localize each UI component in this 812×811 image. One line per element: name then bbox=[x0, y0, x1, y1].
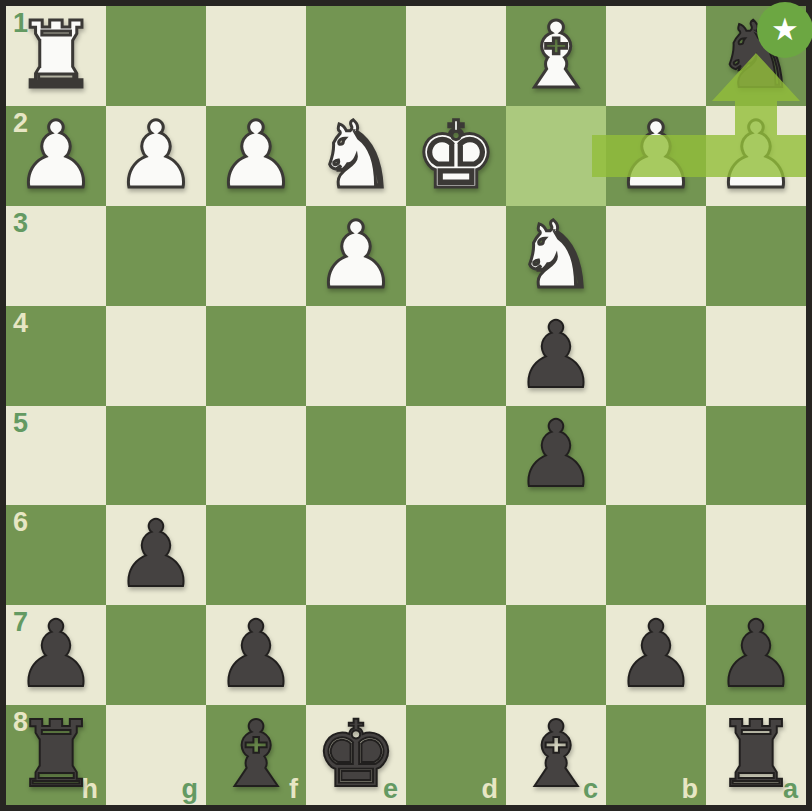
square-a7[interactable]: ♟ bbox=[706, 605, 806, 705]
square-c5[interactable]: ♟ bbox=[506, 406, 606, 506]
square-a3[interactable] bbox=[706, 206, 806, 306]
square-e4[interactable] bbox=[306, 306, 406, 406]
square-h1[interactable]: 1♜ bbox=[6, 6, 106, 106]
square-f6[interactable] bbox=[206, 505, 306, 605]
square-a5[interactable] bbox=[706, 406, 806, 506]
square-b7[interactable]: ♟ bbox=[606, 605, 706, 705]
white-bishop[interactable]: ♝ bbox=[506, 6, 606, 106]
black-pawn[interactable]: ♟ bbox=[6, 605, 106, 705]
black-pawn[interactable]: ♟ bbox=[106, 505, 206, 605]
square-g4[interactable] bbox=[106, 306, 206, 406]
square-e2[interactable]: ♞ bbox=[306, 106, 406, 206]
chess-app-window: 1♜♝♞★2♟♟♟♞♚♟♟3♟♞4♟5♟6♟7♟♟♟♟8h♜gf♝e♚dc♝ba… bbox=[0, 0, 812, 811]
square-c3[interactable]: ♞ bbox=[506, 206, 606, 306]
square-d4[interactable] bbox=[406, 306, 506, 406]
square-a2[interactable]: ♟ bbox=[706, 106, 806, 206]
square-g2[interactable]: ♟ bbox=[106, 106, 206, 206]
square-c1[interactable]: ♝ bbox=[506, 6, 606, 106]
square-d2[interactable]: ♚ bbox=[406, 106, 506, 206]
square-g1[interactable] bbox=[106, 6, 206, 106]
rank-label-3: 3 bbox=[13, 210, 28, 237]
square-f2[interactable]: ♟ bbox=[206, 106, 306, 206]
square-c8[interactable]: c♝ bbox=[506, 705, 606, 805]
rank-label-4: 4 bbox=[13, 310, 28, 337]
square-h2[interactable]: 2♟ bbox=[6, 106, 106, 206]
square-e1[interactable] bbox=[306, 6, 406, 106]
black-bishop[interactable]: ♝ bbox=[506, 705, 606, 805]
square-d8[interactable]: d bbox=[406, 705, 506, 805]
chess-board: 1♜♝♞★2♟♟♟♞♚♟♟3♟♞4♟5♟6♟7♟♟♟♟8h♜gf♝e♚dc♝ba… bbox=[6, 6, 806, 805]
file-label-b: b bbox=[682, 776, 699, 803]
square-f4[interactable] bbox=[206, 306, 306, 406]
file-label-g: g bbox=[182, 776, 199, 803]
square-g5[interactable] bbox=[106, 406, 206, 506]
white-knight[interactable]: ♞ bbox=[506, 206, 606, 306]
square-c4[interactable]: ♟ bbox=[506, 306, 606, 406]
square-a1[interactable]: ♞★ bbox=[706, 6, 806, 106]
square-e5[interactable] bbox=[306, 406, 406, 506]
black-pawn[interactable]: ♟ bbox=[706, 605, 806, 705]
square-a6[interactable] bbox=[706, 505, 806, 605]
rank-label-5: 5 bbox=[13, 410, 28, 437]
square-b5[interactable] bbox=[606, 406, 706, 506]
square-f7[interactable]: ♟ bbox=[206, 605, 306, 705]
white-pawn[interactable]: ♟ bbox=[306, 206, 406, 306]
square-h8[interactable]: 8h♜ bbox=[6, 705, 106, 805]
square-g3[interactable] bbox=[106, 206, 206, 306]
white-pawn[interactable]: ♟ bbox=[706, 106, 806, 206]
square-h5[interactable]: 5 bbox=[6, 406, 106, 506]
white-pawn[interactable]: ♟ bbox=[206, 106, 306, 206]
square-e8[interactable]: e♚ bbox=[306, 705, 406, 805]
square-d6[interactable] bbox=[406, 505, 506, 605]
square-a4[interactable] bbox=[706, 306, 806, 406]
white-pawn[interactable]: ♟ bbox=[606, 106, 706, 206]
square-b3[interactable] bbox=[606, 206, 706, 306]
square-c2[interactable] bbox=[506, 106, 606, 206]
square-e7[interactable] bbox=[306, 605, 406, 705]
black-rook[interactable]: ♜ bbox=[6, 705, 106, 805]
black-rook[interactable]: ♜ bbox=[706, 705, 806, 805]
square-h4[interactable]: 4 bbox=[6, 306, 106, 406]
square-e6[interactable] bbox=[306, 505, 406, 605]
square-h6[interactable]: 6 bbox=[6, 505, 106, 605]
white-king[interactable]: ♚ bbox=[406, 106, 506, 206]
white-pawn[interactable]: ♟ bbox=[6, 106, 106, 206]
square-b4[interactable] bbox=[606, 306, 706, 406]
square-h7[interactable]: 7♟ bbox=[6, 605, 106, 705]
square-h3[interactable]: 3 bbox=[6, 206, 106, 306]
black-pawn[interactable]: ♟ bbox=[206, 605, 306, 705]
square-d3[interactable] bbox=[406, 206, 506, 306]
square-c7[interactable] bbox=[506, 605, 606, 705]
black-pawn[interactable]: ♟ bbox=[606, 605, 706, 705]
black-king[interactable]: ♚ bbox=[306, 705, 406, 805]
white-rook[interactable]: ♜ bbox=[6, 6, 106, 106]
square-d1[interactable] bbox=[406, 6, 506, 106]
black-bishop[interactable]: ♝ bbox=[206, 705, 306, 805]
white-pawn[interactable]: ♟ bbox=[106, 106, 206, 206]
square-b1[interactable] bbox=[606, 6, 706, 106]
square-a8[interactable]: a♜ bbox=[706, 705, 806, 805]
file-label-d: d bbox=[482, 776, 499, 803]
square-d5[interactable] bbox=[406, 406, 506, 506]
square-f1[interactable] bbox=[206, 6, 306, 106]
square-g6[interactable]: ♟ bbox=[106, 505, 206, 605]
black-pawn[interactable]: ♟ bbox=[506, 406, 606, 506]
square-c6[interactable] bbox=[506, 505, 606, 605]
square-g8[interactable]: g bbox=[106, 705, 206, 805]
black-pawn[interactable]: ♟ bbox=[506, 306, 606, 406]
rank-label-6: 6 bbox=[13, 509, 28, 536]
square-f8[interactable]: f♝ bbox=[206, 705, 306, 805]
white-knight[interactable]: ♞ bbox=[306, 106, 406, 206]
star-icon: ★ bbox=[771, 14, 799, 45]
square-d7[interactable] bbox=[406, 605, 506, 705]
best-move-star-badge: ★ bbox=[757, 2, 812, 58]
square-b2[interactable]: ♟ bbox=[606, 106, 706, 206]
square-b8[interactable]: b bbox=[606, 705, 706, 805]
square-f3[interactable] bbox=[206, 206, 306, 306]
square-f5[interactable] bbox=[206, 406, 306, 506]
square-e3[interactable]: ♟ bbox=[306, 206, 406, 306]
square-g7[interactable] bbox=[106, 605, 206, 705]
square-b6[interactable] bbox=[606, 505, 706, 605]
